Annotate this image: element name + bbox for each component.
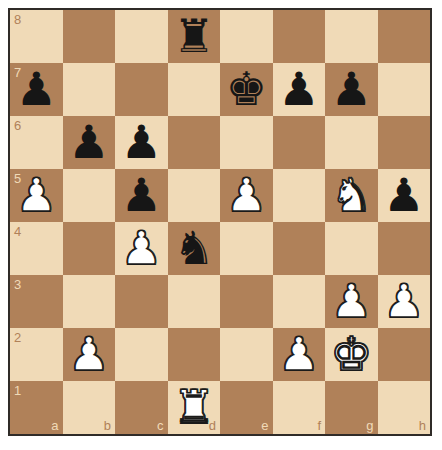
square-b6[interactable]: ♟ (63, 116, 116, 169)
square-h2[interactable] (378, 328, 431, 381)
square-b3[interactable] (63, 275, 116, 328)
square-h4[interactable] (378, 222, 431, 275)
file-label-c: c (157, 419, 164, 432)
square-g4[interactable] (325, 222, 378, 275)
square-f4[interactable] (273, 222, 326, 275)
square-f7[interactable]: ♟ (273, 63, 326, 116)
square-e2[interactable] (220, 328, 273, 381)
rank-label-5: 5 (14, 172, 21, 185)
square-a6[interactable]: 6 (10, 116, 63, 169)
square-d7[interactable] (168, 63, 221, 116)
black-king-e7[interactable]: ♚ (220, 63, 273, 116)
rank-label-8: 8 (14, 13, 21, 26)
square-e7[interactable]: ♚ (220, 63, 273, 116)
black-pawn-c5[interactable]: ♟ (115, 169, 168, 222)
rank-label-7: 7 (14, 66, 21, 79)
square-c8[interactable] (115, 10, 168, 63)
square-c7[interactable] (115, 63, 168, 116)
square-b4[interactable] (63, 222, 116, 275)
square-g1[interactable]: g (325, 381, 378, 434)
square-a3[interactable]: 3 (10, 275, 63, 328)
rank-label-1: 1 (14, 384, 21, 397)
square-b2[interactable]: ♟ (63, 328, 116, 381)
chess-diagram-page: 8♜7♟♚♟♟6♟♟5♟♟♟♞♟4♟♞3♟♟2♟♟♚1abcd♜efgh (0, 0, 442, 450)
file-label-a: a (51, 419, 58, 432)
square-h7[interactable] (378, 63, 431, 116)
square-h5[interactable]: ♟ (378, 169, 431, 222)
square-c5[interactable]: ♟ (115, 169, 168, 222)
square-e8[interactable] (220, 10, 273, 63)
square-d5[interactable] (168, 169, 221, 222)
square-a2[interactable]: 2 (10, 328, 63, 381)
square-h8[interactable] (378, 10, 431, 63)
square-a5[interactable]: 5♟ (10, 169, 63, 222)
square-g3[interactable]: ♟ (325, 275, 378, 328)
square-a7[interactable]: 7♟ (10, 63, 63, 116)
square-c3[interactable] (115, 275, 168, 328)
square-e1[interactable]: e (220, 381, 273, 434)
file-label-e: e (261, 419, 268, 432)
white-pawn-f2[interactable]: ♟ (273, 328, 326, 381)
black-pawn-c6[interactable]: ♟ (115, 116, 168, 169)
square-g5[interactable]: ♞ (325, 169, 378, 222)
square-f8[interactable] (273, 10, 326, 63)
square-b8[interactable] (63, 10, 116, 63)
square-d8[interactable]: ♜ (168, 10, 221, 63)
rank-label-4: 4 (14, 225, 21, 238)
square-d3[interactable] (168, 275, 221, 328)
square-a4[interactable]: 4 (10, 222, 63, 275)
white-pawn-c4[interactable]: ♟ (115, 222, 168, 275)
square-a1[interactable]: 1a (10, 381, 63, 434)
white-pawn-b2[interactable]: ♟ (63, 328, 116, 381)
square-g8[interactable] (325, 10, 378, 63)
square-h1[interactable]: h (378, 381, 431, 434)
white-pawn-h3[interactable]: ♟ (378, 275, 431, 328)
square-f2[interactable]: ♟ (273, 328, 326, 381)
square-f5[interactable] (273, 169, 326, 222)
square-d1[interactable]: d♜ (168, 381, 221, 434)
square-b5[interactable] (63, 169, 116, 222)
square-g6[interactable] (325, 116, 378, 169)
black-pawn-g7[interactable]: ♟ (325, 63, 378, 116)
square-c2[interactable] (115, 328, 168, 381)
black-rook-d8[interactable]: ♜ (168, 10, 221, 63)
file-label-f: f (317, 419, 321, 432)
square-d4[interactable]: ♞ (168, 222, 221, 275)
rank-label-3: 3 (14, 278, 21, 291)
square-f3[interactable] (273, 275, 326, 328)
square-g7[interactable]: ♟ (325, 63, 378, 116)
square-e5[interactable]: ♟ (220, 169, 273, 222)
chess-board: 8♜7♟♚♟♟6♟♟5♟♟♟♞♟4♟♞3♟♟2♟♟♚1abcd♜efgh (8, 8, 432, 436)
file-label-d: d (209, 419, 216, 432)
black-pawn-b6[interactable]: ♟ (63, 116, 116, 169)
square-d6[interactable] (168, 116, 221, 169)
square-h6[interactable] (378, 116, 431, 169)
file-label-g: g (366, 419, 373, 432)
square-b1[interactable]: b (63, 381, 116, 434)
rank-label-2: 2 (14, 331, 21, 344)
square-f6[interactable] (273, 116, 326, 169)
white-pawn-g3[interactable]: ♟ (325, 275, 378, 328)
white-pawn-e5[interactable]: ♟ (220, 169, 273, 222)
black-knight-d4[interactable]: ♞ (168, 222, 221, 275)
rank-label-6: 6 (14, 119, 21, 132)
black-pawn-f7[interactable]: ♟ (273, 63, 326, 116)
square-e3[interactable] (220, 275, 273, 328)
square-e6[interactable] (220, 116, 273, 169)
file-label-h: h (419, 419, 426, 432)
square-d2[interactable] (168, 328, 221, 381)
square-g2[interactable]: ♚ (325, 328, 378, 381)
square-c4[interactable]: ♟ (115, 222, 168, 275)
black-pawn-h5[interactable]: ♟ (378, 169, 431, 222)
white-knight-g5[interactable]: ♞ (325, 169, 378, 222)
square-a8[interactable]: 8 (10, 10, 63, 63)
file-label-b: b (104, 419, 111, 432)
square-c1[interactable]: c (115, 381, 168, 434)
square-f1[interactable]: f (273, 381, 326, 434)
square-b7[interactable] (63, 63, 116, 116)
square-e4[interactable] (220, 222, 273, 275)
square-c6[interactable]: ♟ (115, 116, 168, 169)
white-king-g2[interactable]: ♚ (325, 328, 378, 381)
square-h3[interactable]: ♟ (378, 275, 431, 328)
